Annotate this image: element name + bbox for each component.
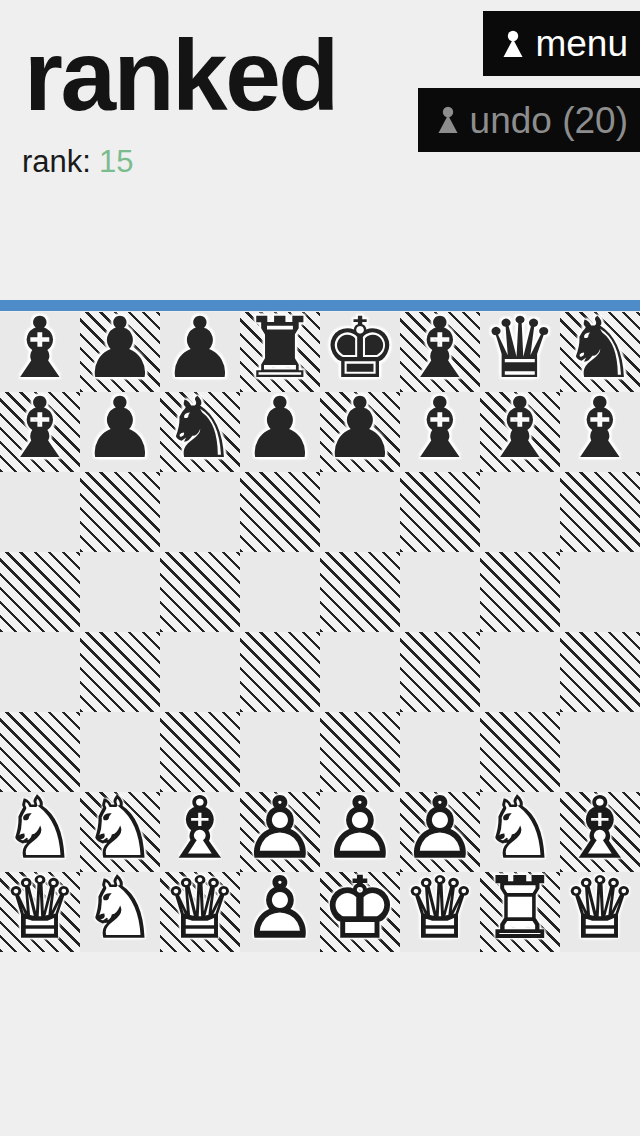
white-piece-outline: ♕	[160, 868, 240, 948]
white-piece-outline: ♘	[0, 788, 80, 868]
black-piece-glyph: ♚	[320, 308, 400, 388]
white-queen[interactable]: ♛♕	[160, 872, 240, 952]
black-piece-glyph: ♛	[480, 308, 560, 388]
black-bishop[interactable]: ♝	[480, 392, 560, 472]
square-f5[interactable]	[400, 552, 480, 632]
square-e4[interactable]	[320, 632, 400, 712]
menu-button-label: menu	[535, 25, 628, 62]
white-piece-outline: ♙	[240, 868, 320, 948]
black-piece-glyph: ♝	[480, 388, 560, 468]
white-piece-outline: ♔	[320, 868, 400, 948]
square-g7[interactable]: ♝	[480, 392, 560, 472]
square-g4[interactable]	[480, 632, 560, 712]
black-piece-glyph: ♞	[560, 308, 640, 388]
square-a5[interactable]	[0, 552, 80, 632]
square-g1[interactable]: ♜♖	[480, 872, 560, 952]
white-piece-outline: ♖	[480, 868, 560, 948]
square-c4[interactable]	[160, 632, 240, 712]
black-piece-glyph: ♟	[80, 388, 160, 468]
square-a7[interactable]: ♝	[0, 392, 80, 472]
undo-button[interactable]: undo (20)	[418, 88, 640, 152]
pawn-person-icon	[436, 106, 460, 134]
square-f4[interactable]	[400, 632, 480, 712]
square-c5[interactable]	[160, 552, 240, 632]
white-piece-outline: ♘	[80, 868, 160, 948]
square-c6[interactable]	[160, 472, 240, 552]
black-piece-glyph: ♜	[240, 308, 320, 388]
white-queen[interactable]: ♛♕	[0, 872, 80, 952]
black-piece-glyph: ♞	[160, 388, 240, 468]
black-piece-glyph: ♟	[320, 388, 400, 468]
white-knight[interactable]: ♞♘	[80, 872, 160, 952]
white-piece-outline: ♙	[320, 788, 400, 868]
square-h1[interactable]: ♛♕	[560, 872, 640, 952]
white-piece-outline: ♕	[0, 868, 80, 948]
black-piece-glyph: ♝	[560, 388, 640, 468]
square-h7[interactable]: ♝	[560, 392, 640, 472]
square-h5[interactable]	[560, 552, 640, 632]
square-d6[interactable]	[240, 472, 320, 552]
square-f1[interactable]: ♛♕	[400, 872, 480, 952]
white-piece-outline: ♗	[160, 788, 240, 868]
square-h4[interactable]	[560, 632, 640, 712]
black-piece-glyph: ♝	[400, 388, 480, 468]
white-piece-outline: ♕	[560, 868, 640, 948]
square-g5[interactable]	[480, 552, 560, 632]
square-e6[interactable]	[320, 472, 400, 552]
square-e5[interactable]	[320, 552, 400, 632]
square-e7[interactable]: ♟	[320, 392, 400, 472]
square-g6[interactable]	[480, 472, 560, 552]
square-a1[interactable]: ♛♕	[0, 872, 80, 952]
white-queen[interactable]: ♛♕	[560, 872, 640, 952]
square-c1[interactable]: ♛♕	[160, 872, 240, 952]
undo-button-label: undo (20)	[470, 102, 628, 139]
square-b4[interactable]	[80, 632, 160, 712]
black-bishop[interactable]: ♝	[0, 392, 80, 472]
page-title: ranked	[24, 25, 337, 125]
black-piece-glyph: ♟	[80, 308, 160, 388]
square-h6[interactable]	[560, 472, 640, 552]
white-piece-outline: ♗	[560, 788, 640, 868]
square-e1[interactable]: ♚♔	[320, 872, 400, 952]
square-b5[interactable]	[80, 552, 160, 632]
white-rook[interactable]: ♜♖	[480, 872, 560, 952]
square-f7[interactable]: ♝	[400, 392, 480, 472]
square-b7[interactable]: ♟	[80, 392, 160, 472]
black-piece-glyph: ♟	[240, 388, 320, 468]
square-a4[interactable]	[0, 632, 80, 712]
square-d4[interactable]	[240, 632, 320, 712]
menu-button[interactable]: menu	[483, 11, 640, 76]
white-king[interactable]: ♚♔	[320, 872, 400, 952]
square-f6[interactable]	[400, 472, 480, 552]
black-piece-glyph: ♟	[160, 308, 240, 388]
chess-board: ♝♟♟♜♚♝♛♞♝♟♞♟♟♝♝♝♞♘♞♘♝♗♟♙♟♙♟♙♞♘♝♗♛♕♞♘♛♕♟♙…	[0, 312, 640, 952]
black-pawn[interactable]: ♟	[320, 392, 400, 472]
rank-label: rank:	[22, 144, 91, 179]
black-piece-glyph: ♝	[0, 388, 80, 468]
white-pawn[interactable]: ♟♙	[240, 872, 320, 952]
white-piece-outline: ♘	[80, 788, 160, 868]
white-piece-outline: ♙	[240, 788, 320, 868]
pawn-person-icon	[501, 30, 525, 58]
white-queen[interactable]: ♛♕	[400, 872, 480, 952]
black-piece-glyph: ♝	[0, 308, 80, 388]
white-piece-outline: ♘	[480, 788, 560, 868]
square-c7[interactable]: ♞	[160, 392, 240, 472]
black-piece-glyph: ♝	[400, 308, 480, 388]
rank-line: rank:15	[22, 146, 133, 177]
black-bishop[interactable]: ♝	[560, 392, 640, 472]
square-d1[interactable]: ♟♙	[240, 872, 320, 952]
square-d5[interactable]	[240, 552, 320, 632]
black-pawn[interactable]: ♟	[240, 392, 320, 472]
white-piece-outline: ♕	[400, 868, 480, 948]
black-knight[interactable]: ♞	[160, 392, 240, 472]
black-bishop[interactable]: ♝	[400, 392, 480, 472]
white-piece-outline: ♙	[400, 788, 480, 868]
rank-value: 15	[99, 144, 133, 179]
square-a6[interactable]	[0, 472, 80, 552]
square-b1[interactable]: ♞♘	[80, 872, 160, 952]
square-d7[interactable]: ♟	[240, 392, 320, 472]
black-pawn[interactable]: ♟	[80, 392, 160, 472]
square-b6[interactable]	[80, 472, 160, 552]
